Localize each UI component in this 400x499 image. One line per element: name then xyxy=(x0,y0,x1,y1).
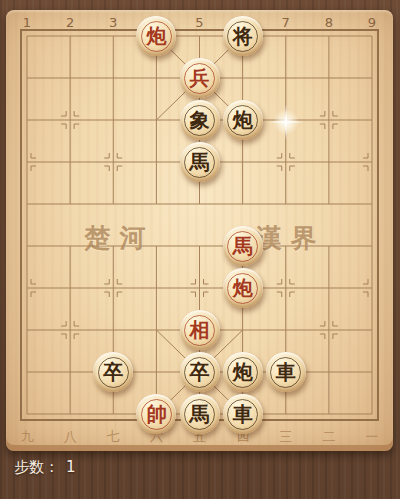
piece-red-馬[interactable]: 馬 xyxy=(223,226,263,266)
xiangqi-app: { "game": "xiangqi", "position": { "fen"… xyxy=(0,0,400,499)
piece-glyph: 馬 xyxy=(233,236,253,256)
xiangqi-board[interactable]: 123456789 九八七六五四三二一 楚河 漢界 炮将兵象炮馬馬炮相卒卒炮車帥… xyxy=(6,10,393,451)
file-label: 3 xyxy=(102,16,124,30)
piece-glyph: 車 xyxy=(233,404,253,424)
file-label: 7 xyxy=(275,16,297,30)
piece-glyph: 兵 xyxy=(190,68,210,88)
file-label: 8 xyxy=(318,16,340,30)
file-label: 一 xyxy=(361,430,383,444)
file-label: 9 xyxy=(361,16,383,30)
piece-black-象[interactable]: 象 xyxy=(180,100,220,140)
step-counter: 步数：1 xyxy=(14,457,76,477)
file-label: 1 xyxy=(16,16,38,30)
piece-glyph: 炮 xyxy=(146,26,166,46)
piece-red-相[interactable]: 相 xyxy=(180,310,220,350)
step-counter-label: 步数： xyxy=(14,458,59,476)
piece-black-馬[interactable]: 馬 xyxy=(180,394,220,434)
file-label: 九 xyxy=(16,430,38,444)
piece-glyph: 炮 xyxy=(233,362,253,382)
piece-black-炮[interactable]: 炮 xyxy=(223,352,263,392)
piece-glyph: 卒 xyxy=(190,362,210,382)
piece-glyph: 相 xyxy=(190,320,210,340)
step-counter-value: 1 xyxy=(66,458,76,476)
piece-red-兵[interactable]: 兵 xyxy=(180,58,220,98)
file-label: 七 xyxy=(102,430,124,444)
piece-black-車[interactable]: 車 xyxy=(223,394,263,434)
piece-black-卒[interactable]: 卒 xyxy=(93,352,133,392)
file-label: 二 xyxy=(318,430,340,444)
piece-glyph: 帥 xyxy=(146,404,166,424)
piece-black-車[interactable]: 車 xyxy=(266,352,306,392)
piece-red-炮[interactable]: 炮 xyxy=(223,268,263,308)
file-label: 2 xyxy=(59,16,81,30)
piece-black-馬[interactable]: 馬 xyxy=(180,142,220,182)
piece-glyph: 馬 xyxy=(190,152,210,172)
piece-glyph: 将 xyxy=(233,26,253,46)
piece-black-卒[interactable]: 卒 xyxy=(180,352,220,392)
piece-glyph: 炮 xyxy=(233,278,253,298)
piece-glyph: 馬 xyxy=(190,404,210,424)
piece-glyph: 象 xyxy=(190,110,210,130)
file-label: 三 xyxy=(275,430,297,444)
piece-glyph: 車 xyxy=(276,362,296,382)
file-label: 5 xyxy=(189,16,211,30)
piece-glyph: 卒 xyxy=(103,362,123,382)
piece-black-炮[interactable]: 炮 xyxy=(223,100,263,140)
river-label-left: 楚河 xyxy=(45,222,185,254)
file-label: 八 xyxy=(59,430,81,444)
piece-glyph: 炮 xyxy=(233,110,253,130)
piece-black-将[interactable]: 将 xyxy=(223,16,263,56)
